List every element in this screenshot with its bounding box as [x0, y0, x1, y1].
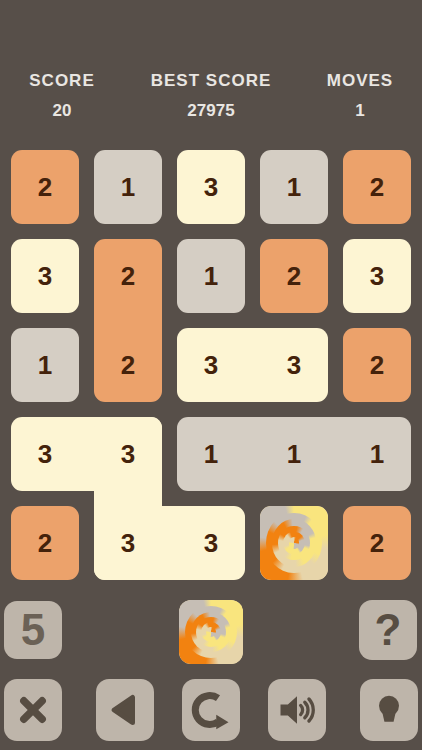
back-icon [105, 690, 145, 730]
tile-number: 3 [370, 261, 384, 292]
tile-number: 3 [177, 328, 245, 402]
tile-number: 2 [370, 350, 384, 381]
tile-r3c1-1[interactable]: 1 [11, 328, 79, 402]
tile-number: 1 [121, 172, 135, 203]
score-block: SCORE 20 [0, 72, 124, 119]
tile-number: 2 [370, 172, 384, 203]
tile-r1c1-2[interactable]: 2 [11, 150, 79, 224]
undo-back-button[interactable] [96, 679, 154, 741]
tile-number: 3 [38, 261, 52, 292]
tile-number: 2 [38, 172, 52, 203]
moves-label: MOVES [327, 72, 393, 89]
tile-number: 2 [38, 528, 52, 559]
best-score-block: BEST SCORE 27975 [124, 72, 298, 119]
sound-button[interactable] [268, 679, 326, 741]
restart-button[interactable] [182, 679, 240, 741]
tile-number: 1 [38, 350, 52, 381]
tile-number: 1 [204, 261, 218, 292]
merged-tile-shape [94, 506, 245, 580]
close-button[interactable] [4, 679, 62, 741]
sound-icon [275, 688, 319, 732]
tile-number: 2 [287, 261, 301, 292]
tile-number: 3 [204, 172, 218, 203]
tile-number: 1 [287, 172, 301, 203]
tile-number: 2 [370, 528, 384, 559]
help-button[interactable]: ? [359, 600, 417, 660]
merged-tile-3-horizontal[interactable]: 3 3 [177, 328, 328, 402]
close-icon [13, 690, 53, 730]
game-board: 2 1 3 1 2 3 2 2 1 2 3 1 3 3 2 3 3 3 3 1 … [11, 150, 411, 580]
merged-tile-shape [11, 417, 162, 491]
tile-r1c2-1[interactable]: 1 [94, 150, 162, 224]
hint-bulb-icon [369, 690, 409, 730]
best-score-label: BEST SCORE [151, 72, 272, 89]
tile-r2c1-3[interactable]: 3 [11, 239, 79, 313]
next-tile-preview-swirl [179, 600, 243, 664]
tile-r5c4-swirl-wildcard[interactable] [260, 506, 328, 580]
merged-tile-shape [94, 417, 162, 580]
counter-label: 5 [21, 605, 45, 655]
merged-tile-2-vertical[interactable]: 2 2 [94, 239, 162, 402]
tile-number: 3 [11, 417, 79, 491]
moves-value: 1 [355, 102, 364, 119]
tile-r1c5-2[interactable]: 2 [343, 150, 411, 224]
tile-number: 3 [177, 506, 245, 580]
moves-block: MOVES 1 [298, 72, 422, 119]
tile-r2c4-2[interactable]: 2 [260, 239, 328, 313]
tile-r2c3-1[interactable]: 1 [177, 239, 245, 313]
counter-button[interactable]: 5 [4, 601, 62, 659]
restart-icon [190, 689, 232, 731]
tile-number: 2 [94, 239, 162, 313]
tile-number: 3 [260, 328, 328, 402]
tile-number: 3 [94, 506, 162, 580]
hint-button[interactable] [360, 679, 418, 741]
best-score-value: 27975 [187, 102, 234, 119]
tile-number: 2 [94, 328, 162, 402]
tile-number: 1 [343, 417, 411, 491]
header-stats: SCORE 20 BEST SCORE 27975 MOVES 1 [0, 72, 422, 119]
tile-r5c1-2[interactable]: 2 [11, 506, 79, 580]
tile-r5c5-2[interactable]: 2 [343, 506, 411, 580]
tile-r1c4-1[interactable]: 1 [260, 150, 328, 224]
score-value: 20 [53, 102, 72, 119]
tile-number: 1 [177, 417, 245, 491]
tile-r3c5-2[interactable]: 2 [343, 328, 411, 402]
score-label: SCORE [29, 72, 94, 89]
tile-r1c3-3[interactable]: 3 [177, 150, 245, 224]
tile-number: 1 [260, 417, 328, 491]
tile-r2c5-3[interactable]: 3 [343, 239, 411, 313]
merged-tile-1-horizontal[interactable]: 1 1 1 [177, 417, 411, 491]
help-label: ? [375, 605, 402, 655]
tile-number: 3 [94, 417, 162, 491]
